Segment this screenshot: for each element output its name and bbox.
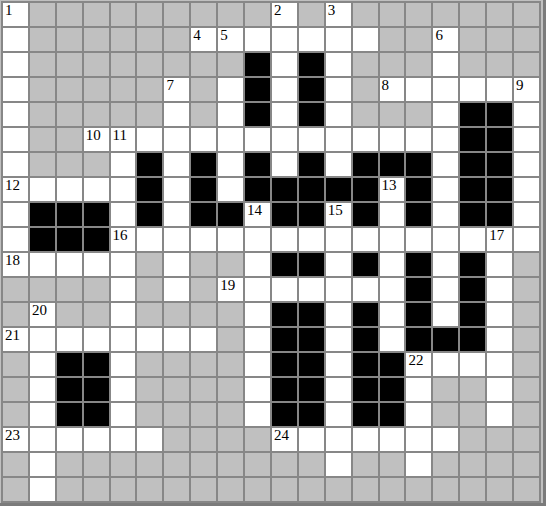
cell-r7c13 xyxy=(353,178,378,201)
cell-r6c17 xyxy=(460,153,485,176)
cell-r18c14 xyxy=(380,453,405,476)
cell-r15c18[interactable] xyxy=(487,378,512,401)
cell-r13c18[interactable] xyxy=(487,328,512,351)
cell-r1c0[interactable] xyxy=(3,28,28,51)
cell-r9c19[interactable] xyxy=(514,228,539,251)
cell-r9c6[interactable] xyxy=(164,228,189,251)
cell-r14c14 xyxy=(380,353,405,376)
cell-r0c2 xyxy=(57,3,82,26)
cell-r3c8[interactable] xyxy=(218,78,243,101)
clue-number: 24 xyxy=(274,428,289,443)
cell-r9c12[interactable] xyxy=(326,228,351,251)
cell-r3c14[interactable]: 8 xyxy=(380,78,405,101)
cell-r2c16[interactable] xyxy=(433,53,458,76)
cell-r15c6 xyxy=(164,378,189,401)
cell-r4c16[interactable] xyxy=(433,103,458,126)
cell-r13c3[interactable] xyxy=(84,328,109,351)
cell-r16c16 xyxy=(433,403,458,426)
cell-r1c1 xyxy=(30,28,55,51)
cell-r12c4[interactable] xyxy=(111,303,136,326)
cell-r3c18[interactable] xyxy=(487,78,512,101)
cell-r13c11 xyxy=(299,328,324,351)
cell-r8c9[interactable]: 14 xyxy=(245,203,270,226)
cell-r1c19 xyxy=(514,28,539,51)
cell-r15c13 xyxy=(353,378,378,401)
cell-r11c9[interactable] xyxy=(245,278,270,301)
cell-r7c4[interactable] xyxy=(111,178,136,201)
cell-r4c4 xyxy=(111,103,136,126)
cell-r0c18 xyxy=(487,3,512,26)
cell-r9c17[interactable] xyxy=(460,228,485,251)
cell-r12c6 xyxy=(164,303,189,326)
cell-r0c9 xyxy=(245,3,270,26)
cell-r7c0[interactable]: 12 xyxy=(3,178,28,201)
cell-r8c19[interactable] xyxy=(514,203,539,226)
cell-r11c6[interactable] xyxy=(164,278,189,301)
cell-r1c11[interactable] xyxy=(299,28,324,51)
cell-r9c14[interactable] xyxy=(380,228,405,251)
cell-r2c4 xyxy=(111,53,136,76)
cell-r19c14 xyxy=(380,478,405,501)
cell-r9c10[interactable] xyxy=(272,228,297,251)
cell-r15c4[interactable] xyxy=(111,378,136,401)
cell-r11c8[interactable]: 19 xyxy=(218,278,243,301)
cell-r5c16[interactable] xyxy=(433,128,458,151)
cell-r10c0[interactable]: 18 xyxy=(3,253,28,276)
cell-r3c5 xyxy=(137,78,162,101)
cell-r18c15[interactable] xyxy=(406,453,431,476)
cell-r13c5[interactable] xyxy=(137,328,162,351)
cell-r13c2[interactable] xyxy=(57,328,82,351)
cell-r5c14[interactable] xyxy=(380,128,405,151)
clue-number: 13 xyxy=(382,178,397,193)
cell-r17c2[interactable] xyxy=(57,428,82,451)
cell-r1c5 xyxy=(137,28,162,51)
cell-r1c17 xyxy=(460,28,485,51)
cell-r7c3[interactable] xyxy=(84,178,109,201)
cell-r10c4[interactable] xyxy=(111,253,136,276)
cell-r5c3[interactable]: 10 xyxy=(84,128,109,151)
cell-r6c9 xyxy=(245,153,270,176)
cell-r9c0[interactable] xyxy=(3,228,28,251)
cell-r10c6[interactable] xyxy=(164,253,189,276)
cell-r16c9[interactable] xyxy=(245,403,270,426)
cell-r6c3 xyxy=(84,153,109,176)
cell-r16c7 xyxy=(191,403,216,426)
cell-r8c11 xyxy=(299,203,324,226)
cell-r9c4[interactable]: 16 xyxy=(111,228,136,251)
cell-r6c0[interactable] xyxy=(3,153,28,176)
cell-r2c10[interactable] xyxy=(272,53,297,76)
cell-r5c19[interactable] xyxy=(514,128,539,151)
cell-r19c2 xyxy=(57,478,82,501)
cell-r8c14[interactable] xyxy=(380,203,405,226)
cell-r10c16[interactable] xyxy=(433,253,458,276)
cell-r0c6 xyxy=(164,3,189,26)
cell-r14c9[interactable] xyxy=(245,353,270,376)
cell-r9c7[interactable] xyxy=(191,228,216,251)
cell-r8c12[interactable]: 15 xyxy=(326,203,351,226)
cell-r17c8 xyxy=(218,428,243,451)
cell-r16c12[interactable] xyxy=(326,403,351,426)
cell-r15c9[interactable] xyxy=(245,378,270,401)
cell-r2c11 xyxy=(299,53,324,76)
cell-r19c4 xyxy=(111,478,136,501)
cell-r12c7 xyxy=(191,303,216,326)
cell-r14c4[interactable] xyxy=(111,353,136,376)
cell-r17c12[interactable] xyxy=(326,428,351,451)
cell-r19c19 xyxy=(514,478,539,501)
cell-r5c9[interactable] xyxy=(245,128,270,151)
cell-r15c17 xyxy=(460,378,485,401)
cell-r6c4[interactable] xyxy=(111,153,136,176)
cell-r9c3 xyxy=(84,228,109,251)
cell-r3c3 xyxy=(84,78,109,101)
cell-r4c8[interactable] xyxy=(218,103,243,126)
cell-r6c19[interactable] xyxy=(514,153,539,176)
cell-r9c15[interactable] xyxy=(406,228,431,251)
cell-r9c8[interactable] xyxy=(218,228,243,251)
cell-r3c6[interactable]: 7 xyxy=(164,78,189,101)
cell-r9c16[interactable] xyxy=(433,228,458,251)
cell-r7c15 xyxy=(406,178,431,201)
cell-r3c0[interactable] xyxy=(3,78,28,101)
cell-r7c17 xyxy=(460,178,485,201)
cell-r19c1[interactable] xyxy=(30,478,55,501)
cell-r1c9[interactable] xyxy=(245,28,270,51)
cell-r10c17 xyxy=(460,253,485,276)
cell-r19c7 xyxy=(191,478,216,501)
cell-r3c12[interactable] xyxy=(326,78,351,101)
cell-r4c13 xyxy=(353,103,378,126)
cell-r19c15 xyxy=(406,478,431,501)
cell-r7c16[interactable] xyxy=(433,178,458,201)
cell-r16c11 xyxy=(299,403,324,426)
cell-r1c18 xyxy=(487,28,512,51)
cell-r18c18 xyxy=(487,453,512,476)
cell-r16c8 xyxy=(218,403,243,426)
cell-r1c4 xyxy=(111,28,136,51)
cell-r17c11[interactable] xyxy=(299,428,324,451)
cell-r12c19 xyxy=(514,303,539,326)
cell-r10c2[interactable] xyxy=(57,253,82,276)
cell-r7c1[interactable] xyxy=(30,178,55,201)
cell-r1c8[interactable]: 5 xyxy=(218,28,243,51)
cell-r7c6[interactable] xyxy=(164,178,189,201)
cell-r16c10 xyxy=(272,403,297,426)
cell-r12c16[interactable] xyxy=(433,303,458,326)
cell-r7c8[interactable] xyxy=(218,178,243,201)
cell-r14c2 xyxy=(57,353,82,376)
cell-r17c15[interactable] xyxy=(406,428,431,451)
cell-r0c8 xyxy=(218,3,243,26)
cell-r13c7[interactable] xyxy=(191,328,216,351)
cell-r9c2 xyxy=(57,228,82,251)
cell-r14c1[interactable] xyxy=(30,353,55,376)
cell-r17c3[interactable] xyxy=(84,428,109,451)
cell-r18c0 xyxy=(3,453,28,476)
clue-number: 14 xyxy=(247,203,262,218)
cell-r10c14[interactable] xyxy=(380,253,405,276)
clue-number: 6 xyxy=(435,28,443,43)
cell-r15c11 xyxy=(299,378,324,401)
cell-r11c13[interactable] xyxy=(353,278,378,301)
cell-r14c17[interactable] xyxy=(460,353,485,376)
cell-r1c16[interactable]: 6 xyxy=(433,28,458,51)
clue-number: 5 xyxy=(220,28,228,43)
cell-r10c18[interactable] xyxy=(487,253,512,276)
cell-r4c6[interactable] xyxy=(164,103,189,126)
cell-r5c5[interactable] xyxy=(137,128,162,151)
cell-r5c18 xyxy=(487,128,512,151)
clue-number: 20 xyxy=(32,303,47,318)
cell-r5c12[interactable] xyxy=(326,128,351,151)
cell-r16c15[interactable] xyxy=(406,403,431,426)
cell-r12c12[interactable] xyxy=(326,303,351,326)
cell-r1c3 xyxy=(84,28,109,51)
cell-r5c6[interactable] xyxy=(164,128,189,151)
cell-r2c17 xyxy=(460,53,485,76)
cell-r19c18 xyxy=(487,478,512,501)
cell-r16c19 xyxy=(514,403,539,426)
cell-r9c11[interactable] xyxy=(299,228,324,251)
cell-r2c1 xyxy=(30,53,55,76)
cell-r18c17 xyxy=(460,453,485,476)
clue-number: 21 xyxy=(5,328,20,343)
cell-r11c11[interactable] xyxy=(299,278,324,301)
cell-r0c7 xyxy=(191,3,216,26)
cell-r15c12[interactable] xyxy=(326,378,351,401)
cell-r4c11 xyxy=(299,103,324,126)
cell-r16c1[interactable] xyxy=(30,403,55,426)
cell-r11c10[interactable] xyxy=(272,278,297,301)
cell-r6c13 xyxy=(353,153,378,176)
cell-r17c4[interactable] xyxy=(111,428,136,451)
cell-r2c13 xyxy=(353,53,378,76)
cell-r11c16[interactable] xyxy=(433,278,458,301)
cell-r11c19 xyxy=(514,278,539,301)
cell-r14c18[interactable] xyxy=(487,353,512,376)
cell-r7c19[interactable] xyxy=(514,178,539,201)
cell-r7c9 xyxy=(245,178,270,201)
cell-r10c1[interactable] xyxy=(30,253,55,276)
cell-r15c2 xyxy=(57,378,82,401)
cell-r3c10[interactable] xyxy=(272,78,297,101)
cell-r16c18[interactable] xyxy=(487,403,512,426)
cell-r7c5 xyxy=(137,178,162,201)
cell-r2c0[interactable] xyxy=(3,53,28,76)
cell-r1c10[interactable] xyxy=(272,28,297,51)
cell-r12c15 xyxy=(406,303,431,326)
cell-r0c0[interactable]: 1 xyxy=(3,3,28,26)
cell-r8c18 xyxy=(487,203,512,226)
cell-r13c1[interactable] xyxy=(30,328,55,351)
cell-r12c11 xyxy=(299,303,324,326)
cell-r18c12[interactable] xyxy=(326,453,351,476)
cell-r12c0 xyxy=(3,303,28,326)
cell-r2c15 xyxy=(406,53,431,76)
cell-r16c13 xyxy=(353,403,378,426)
cell-r0c15 xyxy=(406,3,431,26)
cell-r13c8 xyxy=(218,328,243,351)
cell-r17c1[interactable] xyxy=(30,428,55,451)
cell-r14c12[interactable] xyxy=(326,353,351,376)
cell-r9c5[interactable] xyxy=(137,228,162,251)
cell-r1c13[interactable] xyxy=(353,28,378,51)
cell-r15c15[interactable] xyxy=(406,378,431,401)
cell-r6c14 xyxy=(380,153,405,176)
cell-r15c1[interactable] xyxy=(30,378,55,401)
cell-r3c4 xyxy=(111,78,136,101)
cell-r13c15 xyxy=(406,328,431,351)
cell-r2c7 xyxy=(191,53,216,76)
cell-r5c8[interactable] xyxy=(218,128,243,151)
clue-number: 8 xyxy=(382,78,390,93)
cell-r7c7 xyxy=(191,178,216,201)
cell-r6c12[interactable] xyxy=(326,153,351,176)
cell-r4c19[interactable] xyxy=(514,103,539,126)
clue-number: 18 xyxy=(5,253,20,268)
cell-r12c9[interactable] xyxy=(245,303,270,326)
cell-r10c5 xyxy=(137,253,162,276)
cell-r17c5[interactable] xyxy=(137,428,162,451)
cell-r5c13[interactable] xyxy=(353,128,378,151)
cell-r4c14 xyxy=(380,103,405,126)
cell-r13c6[interactable] xyxy=(164,328,189,351)
clue-number: 15 xyxy=(328,203,343,218)
cell-r15c5 xyxy=(137,378,162,401)
cell-r8c3 xyxy=(84,203,109,226)
cell-r11c12[interactable] xyxy=(326,278,351,301)
cell-r4c0[interactable] xyxy=(3,103,28,126)
cell-r7c2[interactable] xyxy=(57,178,82,201)
cell-r8c16[interactable] xyxy=(433,203,458,226)
clue-number: 10 xyxy=(86,128,101,143)
cell-r12c1[interactable]: 20 xyxy=(30,303,55,326)
cell-r13c9[interactable] xyxy=(245,328,270,351)
cell-r17c7 xyxy=(191,428,216,451)
cell-r17c17 xyxy=(460,428,485,451)
cell-r8c6[interactable] xyxy=(164,203,189,226)
cell-r8c5 xyxy=(137,203,162,226)
cell-r4c17 xyxy=(460,103,485,126)
cell-r11c4[interactable] xyxy=(111,278,136,301)
cell-r11c18[interactable] xyxy=(487,278,512,301)
cell-r2c12[interactable] xyxy=(326,53,351,76)
cell-r17c16[interactable] xyxy=(433,428,458,451)
cell-r4c2 xyxy=(57,103,82,126)
cell-r14c15[interactable]: 22 xyxy=(406,353,431,376)
cell-r11c14[interactable] xyxy=(380,278,405,301)
cell-r12c14[interactable] xyxy=(380,303,405,326)
cell-r3c15[interactable] xyxy=(406,78,431,101)
crossword-grid: 123456789101112131415161718192021222324 xyxy=(1,1,541,503)
cell-r8c4[interactable] xyxy=(111,203,136,226)
cell-r6c6[interactable] xyxy=(164,153,189,176)
cell-r19c3 xyxy=(84,478,109,501)
cell-r16c4[interactable] xyxy=(111,403,136,426)
cell-r13c0[interactable]: 21 xyxy=(3,328,28,351)
cell-r1c6 xyxy=(164,28,189,51)
cell-r6c10[interactable] xyxy=(272,153,297,176)
cell-r13c4[interactable] xyxy=(111,328,136,351)
clue-number: 11 xyxy=(113,128,127,143)
cell-r18c10 xyxy=(272,453,297,476)
cell-r9c13[interactable] xyxy=(353,228,378,251)
cell-r3c16[interactable] xyxy=(433,78,458,101)
cell-r6c18 xyxy=(487,153,512,176)
cell-r14c10 xyxy=(272,353,297,376)
cell-r18c1[interactable] xyxy=(30,453,55,476)
cell-r15c19 xyxy=(514,378,539,401)
cell-r13c12[interactable] xyxy=(326,328,351,351)
cell-r10c12[interactable] xyxy=(326,253,351,276)
cell-r1c7[interactable]: 4 xyxy=(191,28,216,51)
cell-r3c19[interactable]: 9 xyxy=(514,78,539,101)
cell-r9c18[interactable]: 17 xyxy=(487,228,512,251)
cell-r4c12[interactable] xyxy=(326,103,351,126)
clue-number: 17 xyxy=(489,228,504,243)
cell-r4c3 xyxy=(84,103,109,126)
cell-r5c2 xyxy=(57,128,82,151)
cell-r0c4 xyxy=(111,3,136,26)
cell-r6c16[interactable] xyxy=(433,153,458,176)
cell-r3c17[interactable] xyxy=(460,78,485,101)
cell-r0c14 xyxy=(380,3,405,26)
cell-r0c12[interactable]: 3 xyxy=(326,3,351,26)
cell-r5c11[interactable] xyxy=(299,128,324,151)
cell-r10c10 xyxy=(272,253,297,276)
cell-r14c13 xyxy=(353,353,378,376)
cell-r8c8 xyxy=(218,203,243,226)
cell-r5c15[interactable] xyxy=(406,128,431,151)
cell-r17c0[interactable]: 23 xyxy=(3,428,28,451)
cell-r2c14 xyxy=(380,53,405,76)
cell-r16c3 xyxy=(84,403,109,426)
cell-r5c7[interactable] xyxy=(191,128,216,151)
cell-r0c10[interactable]: 2 xyxy=(272,3,297,26)
cell-r13c14[interactable] xyxy=(380,328,405,351)
cell-r5c4[interactable]: 11 xyxy=(111,128,136,151)
cell-r14c6 xyxy=(164,353,189,376)
cell-r8c17 xyxy=(460,203,485,226)
cell-r18c11 xyxy=(299,453,324,476)
cell-r17c10[interactable]: 24 xyxy=(272,428,297,451)
cell-r4c10[interactable] xyxy=(272,103,297,126)
cell-r5c10[interactable] xyxy=(272,128,297,151)
cell-r16c2 xyxy=(57,403,82,426)
cell-r0c11 xyxy=(299,3,324,26)
cell-r17c13[interactable] xyxy=(353,428,378,451)
cell-r6c8[interactable] xyxy=(218,153,243,176)
cell-r15c3 xyxy=(84,378,109,401)
cell-r12c18[interactable] xyxy=(487,303,512,326)
cell-r14c16[interactable] xyxy=(433,353,458,376)
cell-r11c5 xyxy=(137,278,162,301)
cell-r8c0[interactable] xyxy=(3,203,28,226)
cell-r1c12[interactable] xyxy=(326,28,351,51)
cell-r17c14[interactable] xyxy=(380,428,405,451)
cell-r9c9[interactable] xyxy=(245,228,270,251)
cell-r10c3[interactable] xyxy=(84,253,109,276)
cell-r3c13 xyxy=(353,78,378,101)
cell-r3c1 xyxy=(30,78,55,101)
cell-r16c14 xyxy=(380,403,405,426)
cell-r15c7 xyxy=(191,378,216,401)
cell-r10c9[interactable] xyxy=(245,253,270,276)
cell-r5c0[interactable] xyxy=(3,128,28,151)
cell-r7c14[interactable]: 13 xyxy=(380,178,405,201)
